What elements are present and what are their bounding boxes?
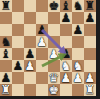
square-g3[interactable]: ♞ (72, 60, 84, 72)
square-e4[interactable]: ♟ (48, 48, 60, 60)
square-f3[interactable]: ♞ (60, 60, 72, 72)
square-c7[interactable] (24, 12, 36, 24)
square-d5[interactable]: ♟ (36, 36, 48, 48)
square-h3[interactable] (84, 60, 96, 72)
square-d8[interactable] (36, 0, 48, 12)
piece-black-pawn[interactable]: ♟ (85, 12, 96, 24)
chess-board: ♜♚♝♞♜♟♟♟♟♞♟♝♟♟♟♟♟♞♞♟♛♟♟♟♜♚♜ (0, 0, 96, 96)
square-f8[interactable]: ♝ (60, 0, 72, 12)
square-c6[interactable] (24, 24, 36, 36)
piece-black-knight[interactable]: ♞ (73, 0, 84, 12)
piece-white-pawn[interactable]: ♟ (49, 48, 60, 60)
piece-white-rook[interactable]: ♜ (85, 84, 96, 96)
square-a2[interactable]: ♟ (0, 72, 12, 84)
square-b7[interactable] (12, 12, 24, 24)
square-h7[interactable]: ♟ (84, 12, 96, 24)
square-f5[interactable] (60, 36, 72, 48)
square-d4[interactable] (36, 48, 48, 60)
square-c5[interactable] (24, 36, 36, 48)
square-b6[interactable] (12, 24, 24, 36)
square-a5[interactable]: ♞ (0, 36, 12, 48)
square-b1[interactable] (12, 84, 24, 96)
square-c4[interactable]: ♟ (24, 48, 36, 60)
square-g7[interactable] (72, 12, 84, 24)
square-h6[interactable] (84, 24, 96, 36)
square-h4[interactable] (84, 48, 96, 60)
piece-black-pawn[interactable]: ♟ (13, 60, 24, 72)
square-a4[interactable]: ♝ (0, 48, 12, 60)
square-h8[interactable]: ♜ (84, 0, 96, 12)
square-g5[interactable] (72, 36, 84, 48)
square-g6[interactable]: ♟ (72, 24, 84, 36)
square-c1[interactable] (24, 84, 36, 96)
square-g1[interactable] (72, 84, 84, 96)
piece-black-king[interactable]: ♚ (49, 0, 60, 12)
piece-black-pawn[interactable]: ♟ (25, 48, 36, 60)
square-c8[interactable] (24, 0, 36, 12)
piece-black-bishop[interactable]: ♝ (1, 48, 12, 60)
square-e6[interactable] (48, 24, 60, 36)
square-a1[interactable]: ♜ (0, 84, 12, 96)
square-e7[interactable] (48, 12, 60, 24)
piece-white-pawn[interactable]: ♟ (85, 72, 96, 84)
square-d3[interactable] (36, 60, 48, 72)
square-f1[interactable] (60, 84, 72, 96)
piece-white-pawn[interactable]: ♟ (25, 60, 36, 72)
piece-black-pawn[interactable]: ♟ (1, 72, 12, 84)
square-e3[interactable] (48, 60, 60, 72)
piece-white-rook[interactable]: ♜ (1, 84, 12, 96)
piece-black-knight[interactable]: ♞ (1, 36, 12, 48)
square-f2[interactable]: ♟ (60, 72, 72, 84)
square-d7[interactable] (36, 12, 48, 24)
piece-black-pawn[interactable]: ♟ (61, 48, 72, 60)
square-e2[interactable]: ♛ (48, 72, 60, 84)
square-b8[interactable] (12, 0, 24, 12)
square-a6[interactable] (0, 24, 12, 36)
piece-white-king[interactable]: ♚ (49, 84, 60, 96)
piece-white-knight[interactable]: ♞ (61, 60, 72, 72)
square-e8[interactable]: ♚ (48, 0, 60, 12)
square-b5[interactable] (12, 36, 24, 48)
square-e5[interactable] (48, 36, 60, 48)
square-a8[interactable]: ♜ (0, 0, 12, 12)
square-b4[interactable] (12, 48, 24, 60)
piece-black-rook[interactable]: ♜ (85, 0, 96, 12)
square-h2[interactable]: ♟ (84, 72, 96, 84)
square-c2[interactable] (24, 72, 36, 84)
square-b2[interactable] (12, 72, 24, 84)
piece-white-queen[interactable]: ♛ (49, 72, 60, 84)
piece-black-pawn[interactable]: ♟ (73, 24, 84, 36)
square-c3[interactable]: ♟ (24, 60, 36, 72)
square-g8[interactable]: ♞ (72, 0, 84, 12)
square-f4[interactable]: ♟ (60, 48, 72, 60)
square-b3[interactable]: ♟ (12, 60, 24, 72)
square-f7[interactable]: ♟ (60, 12, 72, 24)
piece-black-bishop[interactable]: ♝ (61, 0, 72, 12)
square-d6[interactable]: ♟ (36, 24, 48, 36)
piece-white-pawn[interactable]: ♟ (37, 36, 48, 48)
piece-black-rook[interactable]: ♜ (1, 0, 12, 12)
piece-white-pawn[interactable]: ♟ (73, 72, 84, 84)
square-f6[interactable] (60, 24, 72, 36)
square-d2[interactable] (36, 72, 48, 84)
piece-black-pawn[interactable]: ♟ (37, 24, 48, 36)
square-h5[interactable] (84, 36, 96, 48)
square-h1[interactable]: ♜ (84, 84, 96, 96)
piece-black-pawn[interactable]: ♟ (61, 12, 72, 24)
piece-white-pawn[interactable]: ♟ (61, 72, 72, 84)
square-d1[interactable] (36, 84, 48, 96)
square-g2[interactable]: ♟ (72, 72, 84, 84)
square-g4[interactable] (72, 48, 84, 60)
square-a7[interactable] (0, 12, 12, 24)
square-a3[interactable] (0, 60, 12, 72)
piece-white-knight[interactable]: ♞ (73, 60, 84, 72)
square-e1[interactable]: ♚ (48, 84, 60, 96)
board-frame: ♜♚♝♞♜♟♟♟♟♞♟♝♟♟♟♟♟♞♞♟♛♟♟♟♜♚♜ (0, 0, 100, 99)
